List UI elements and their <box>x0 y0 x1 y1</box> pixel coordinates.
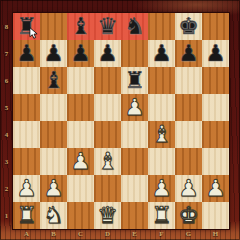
square-d3[interactable]: ♝ <box>94 148 121 175</box>
square-a6[interactable] <box>13 67 40 94</box>
square-c7[interactable]: ♟ <box>67 40 94 67</box>
piece-white-pawn-a2[interactable]: ♟ <box>16 175 37 202</box>
chess-board: ♜♝♛♞♚♟♟♟♟♟♟♟♝♜♟♝♟♝♟♟♟♟♟♜♞♛♜♚ <box>13 13 229 229</box>
piece-white-rook-f1[interactable]: ♜ <box>151 202 172 229</box>
square-h8[interactable] <box>202 13 229 40</box>
rank-label-8: 8 <box>5 23 9 31</box>
square-a2[interactable]: ♟ <box>13 175 40 202</box>
piece-white-knight-b1[interactable]: ♞ <box>43 202 64 229</box>
rank-label-3: 3 <box>5 158 9 166</box>
piece-black-bishop-b6[interactable]: ♝ <box>43 67 64 94</box>
file-label-f: F <box>159 230 163 238</box>
square-c6[interactable] <box>67 67 94 94</box>
square-h1[interactable] <box>202 202 229 229</box>
square-a7[interactable]: ♟ <box>13 40 40 67</box>
square-a3[interactable] <box>13 148 40 175</box>
file-label-e: E <box>132 230 137 238</box>
square-b7[interactable]: ♟ <box>40 40 67 67</box>
file-label-g: G <box>186 230 191 238</box>
square-e5[interactable]: ♟ <box>121 94 148 121</box>
square-c2[interactable] <box>67 175 94 202</box>
piece-black-pawn-g7[interactable]: ♟ <box>178 40 199 67</box>
square-e2[interactable] <box>121 175 148 202</box>
piece-white-pawn-b2[interactable]: ♟ <box>43 175 64 202</box>
piece-white-bishop-f4[interactable]: ♝ <box>151 121 172 148</box>
piece-black-pawn-b7[interactable]: ♟ <box>43 40 64 67</box>
square-f3[interactable] <box>148 148 175 175</box>
square-h7[interactable]: ♟ <box>202 40 229 67</box>
piece-white-pawn-g2[interactable]: ♟ <box>178 175 199 202</box>
file-label-h: H <box>213 230 218 238</box>
piece-white-pawn-c3[interactable]: ♟ <box>70 148 91 175</box>
square-a4[interactable] <box>13 121 40 148</box>
piece-black-pawn-f7[interactable]: ♟ <box>151 40 172 67</box>
square-d6[interactable] <box>94 67 121 94</box>
rank-label-2: 2 <box>5 185 9 193</box>
square-a8[interactable]: ♜ <box>13 13 40 40</box>
square-d5[interactable] <box>94 94 121 121</box>
square-h6[interactable] <box>202 67 229 94</box>
piece-white-pawn-e5[interactable]: ♟ <box>124 94 145 121</box>
piece-white-bishop-d3[interactable]: ♝ <box>97 148 118 175</box>
square-f1[interactable]: ♜ <box>148 202 175 229</box>
square-e7[interactable] <box>121 40 148 67</box>
square-b1[interactable]: ♞ <box>40 202 67 229</box>
square-d1[interactable]: ♛ <box>94 202 121 229</box>
rank-label-7: 7 <box>5 50 9 58</box>
square-h4[interactable] <box>202 121 229 148</box>
square-g1[interactable]: ♚ <box>175 202 202 229</box>
square-g5[interactable] <box>175 94 202 121</box>
square-c5[interactable] <box>67 94 94 121</box>
rank-label-5: 5 <box>5 104 9 112</box>
square-g7[interactable]: ♟ <box>175 40 202 67</box>
piece-black-king-g8[interactable]: ♚ <box>178 13 199 40</box>
piece-white-pawn-f2[interactable]: ♟ <box>151 175 172 202</box>
square-f6[interactable] <box>148 67 175 94</box>
square-e1[interactable] <box>121 202 148 229</box>
file-label-c: C <box>78 230 83 238</box>
file-label-a: A <box>24 230 29 238</box>
square-c3[interactable]: ♟ <box>67 148 94 175</box>
square-b6[interactable]: ♝ <box>40 67 67 94</box>
square-e4[interactable] <box>121 121 148 148</box>
square-f4[interactable]: ♝ <box>148 121 175 148</box>
square-b8[interactable] <box>40 13 67 40</box>
piece-black-bishop-c8[interactable]: ♝ <box>70 13 91 40</box>
piece-black-rook-a8[interactable]: ♜ <box>16 13 37 40</box>
square-c1[interactable] <box>67 202 94 229</box>
square-a5[interactable] <box>13 94 40 121</box>
square-h2[interactable]: ♟ <box>202 175 229 202</box>
rank-label-1: 1 <box>5 212 9 220</box>
piece-black-rook-e6[interactable]: ♜ <box>124 67 145 94</box>
square-d2[interactable] <box>94 175 121 202</box>
square-f7[interactable]: ♟ <box>148 40 175 67</box>
square-e6[interactable]: ♜ <box>121 67 148 94</box>
square-g2[interactable]: ♟ <box>175 175 202 202</box>
file-label-d: D <box>105 230 110 238</box>
square-h5[interactable] <box>202 94 229 121</box>
square-c4[interactable] <box>67 121 94 148</box>
piece-black-knight-e8[interactable]: ♞ <box>124 13 145 40</box>
square-f2[interactable]: ♟ <box>148 175 175 202</box>
rank-label-4: 4 <box>5 131 9 139</box>
square-e3[interactable] <box>121 148 148 175</box>
piece-black-pawn-c7[interactable]: ♟ <box>70 40 91 67</box>
chess-app-window: ♜♝♛♞♚♟♟♟♟♟♟♟♝♜♟♝♟♝♟♟♟♟♟♜♞♛♜♚ 87654321ABC… <box>0 0 240 240</box>
piece-black-pawn-h7[interactable]: ♟ <box>205 40 226 67</box>
square-a1[interactable]: ♜ <box>13 202 40 229</box>
piece-white-king-g1[interactable]: ♚ <box>178 202 199 229</box>
square-d7[interactable]: ♟ <box>94 40 121 67</box>
piece-white-rook-a1[interactable]: ♜ <box>16 202 37 229</box>
square-g6[interactable] <box>175 67 202 94</box>
square-h3[interactable] <box>202 148 229 175</box>
square-d4[interactable] <box>94 121 121 148</box>
square-g3[interactable] <box>175 148 202 175</box>
rank-label-6: 6 <box>5 77 9 85</box>
square-g8[interactable]: ♚ <box>175 13 202 40</box>
piece-black-pawn-d7[interactable]: ♟ <box>97 40 118 67</box>
piece-black-pawn-a7[interactable]: ♟ <box>16 40 37 67</box>
square-d8[interactable]: ♛ <box>94 13 121 40</box>
square-f8[interactable] <box>148 13 175 40</box>
square-f5[interactable] <box>148 94 175 121</box>
square-e8[interactable]: ♞ <box>121 13 148 40</box>
piece-white-pawn-h2[interactable]: ♟ <box>205 175 226 202</box>
piece-white-queen-d1[interactable]: ♛ <box>97 202 118 229</box>
square-g4[interactable] <box>175 121 202 148</box>
square-b5[interactable] <box>40 94 67 121</box>
square-c8[interactable]: ♝ <box>67 13 94 40</box>
square-b3[interactable] <box>40 148 67 175</box>
square-b2[interactable]: ♟ <box>40 175 67 202</box>
file-label-b: B <box>51 230 56 238</box>
square-b4[interactable] <box>40 121 67 148</box>
piece-black-queen-d8[interactable]: ♛ <box>97 13 118 40</box>
